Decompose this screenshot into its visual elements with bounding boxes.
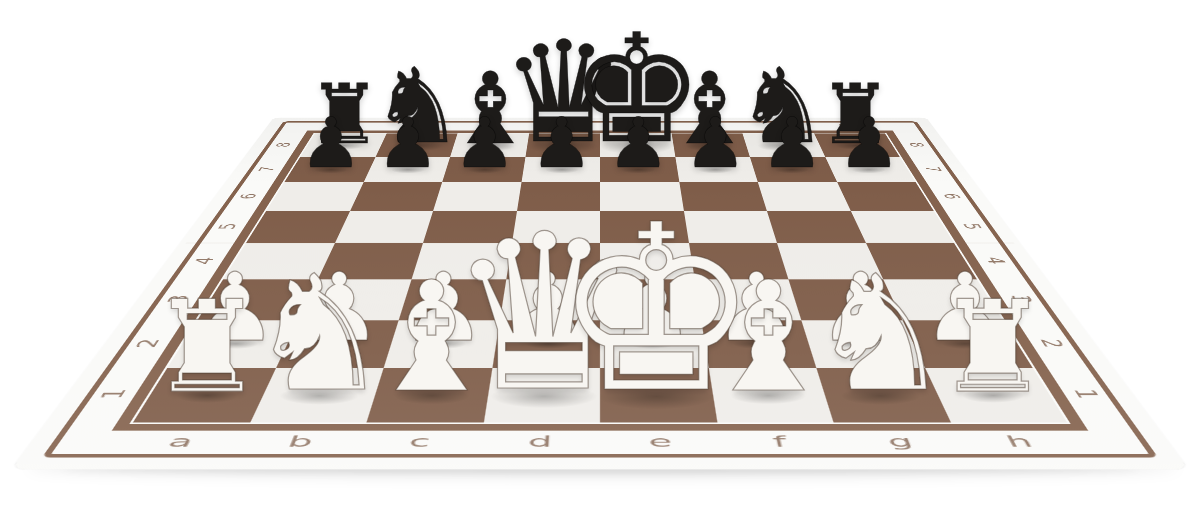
piece-black-pawn-e7[interactable]: ♟ <box>607 109 669 178</box>
piece-black-pawn-g7[interactable]: ♟ <box>761 109 823 178</box>
piece-black-pawn-c7[interactable]: ♟ <box>454 109 516 178</box>
file-label-b: b <box>235 431 364 454</box>
square-g5[interactable] <box>767 211 866 243</box>
piece-black-pawn-f7[interactable]: ♟ <box>684 109 746 178</box>
square-b6[interactable] <box>350 182 442 211</box>
piece-white-rook-h1[interactable]: ♜ <box>936 284 1050 411</box>
square-g6[interactable] <box>758 182 850 211</box>
file-label-g: g <box>836 431 965 454</box>
piece-white-knight-g1[interactable]: ♞ <box>809 255 952 414</box>
file-label-h: h <box>954 431 1087 454</box>
square-a5[interactable] <box>246 211 350 243</box>
piece-black-pawn-d7[interactable]: ♟ <box>530 109 592 178</box>
piece-black-pawn-a7[interactable]: ♟ <box>300 109 362 178</box>
square-a6[interactable] <box>266 182 363 211</box>
piece-black-pawn-b7[interactable]: ♟ <box>377 109 439 178</box>
piece-black-pawn-h7[interactable]: ♟ <box>838 109 900 178</box>
chess-photo-stage: abcdefgh abcdefgh 87654321 87654321 ♜♞♝♛… <box>0 0 1200 517</box>
square-b5[interactable] <box>335 211 434 243</box>
file-label-a: a <box>113 431 246 454</box>
